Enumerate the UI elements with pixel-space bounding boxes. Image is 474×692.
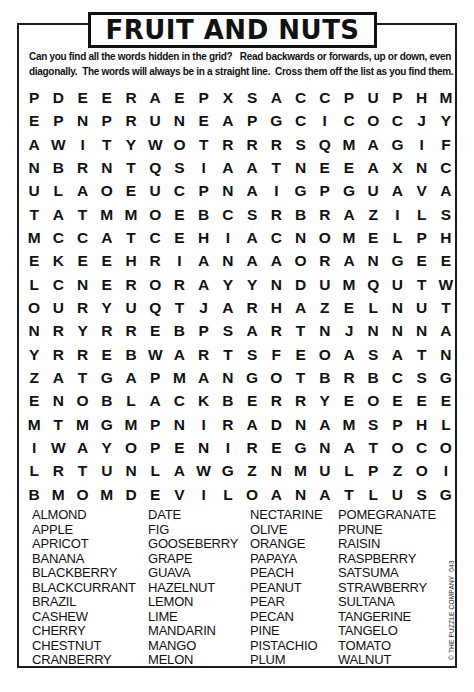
grid-cell[interactable]: R — [70, 156, 94, 179]
word-list-item[interactable]: PEANUT — [250, 581, 338, 596]
grid-cell[interactable]: P — [143, 366, 167, 389]
grid-cell[interactable]: B — [167, 319, 191, 342]
grid-cell[interactable]: D — [46, 86, 70, 109]
grid-cell[interactable]: S — [410, 366, 434, 389]
grid-cell[interactable]: W — [434, 273, 458, 296]
grid-cell[interactable]: C — [264, 226, 288, 249]
word-list-item[interactable]: STRAWBERRY — [338, 581, 447, 596]
grid-cell[interactable]: E — [434, 249, 458, 272]
word-list-item[interactable]: WALNUT — [338, 653, 447, 668]
grid-cell[interactable]: C — [70, 226, 94, 249]
grid-cell[interactable]: A — [70, 436, 94, 459]
word-list-item[interactable]: ALMOND — [32, 508, 148, 523]
grid-cell[interactable]: A — [361, 156, 385, 179]
grid-cell[interactable]: A — [70, 179, 94, 202]
word-list-item[interactable]: BRAZIL — [32, 595, 148, 610]
grid-cell[interactable]: I — [313, 109, 337, 132]
word-list-item[interactable]: SULTANA — [338, 595, 447, 610]
grid-cell[interactable]: G — [216, 459, 240, 482]
grid-cell[interactable]: B — [119, 343, 143, 366]
grid-cell[interactable]: X — [385, 156, 409, 179]
grid-cell[interactable]: O — [143, 273, 167, 296]
grid-cell[interactable]: A — [216, 109, 240, 132]
grid-cell[interactable]: O — [313, 343, 337, 366]
grid-cell[interactable]: S — [240, 86, 264, 109]
grid-cell[interactable]: R — [46, 319, 70, 342]
grid-cell[interactable]: N — [70, 273, 94, 296]
grid-cell[interactable]: N — [216, 249, 240, 272]
grid-cell[interactable]: Y — [95, 296, 119, 319]
grid-cell[interactable]: E — [95, 273, 119, 296]
grid-cell[interactable]: R — [143, 249, 167, 272]
grid-cell[interactable]: R — [119, 86, 143, 109]
word-list-item[interactable]: TANGERINE — [338, 610, 447, 625]
grid-cell[interactable]: N — [95, 156, 119, 179]
grid-cell[interactable]: M — [288, 459, 312, 482]
grid-cell[interactable]: C — [288, 86, 312, 109]
word-list-item[interactable]: ORANGE — [250, 537, 338, 552]
grid-cell[interactable]: E — [167, 226, 191, 249]
grid-cell[interactable]: A — [434, 319, 458, 342]
word-list-item[interactable]: PINE — [250, 624, 338, 639]
grid-cell[interactable]: P — [46, 109, 70, 132]
grid-cell[interactable]: R — [337, 366, 361, 389]
grid-cell[interactable]: V — [167, 483, 191, 506]
grid-cell[interactable]: A — [167, 459, 191, 482]
grid-cell[interactable]: G — [385, 249, 409, 272]
grid-cell[interactable]: B — [313, 366, 337, 389]
grid-cell[interactable]: B — [46, 156, 70, 179]
grid-cell[interactable]: A — [119, 366, 143, 389]
grid-cell[interactable]: E — [119, 179, 143, 202]
grid-cell[interactable]: A — [240, 156, 264, 179]
grid-cell[interactable]: I — [70, 133, 94, 156]
grid-cell[interactable]: N — [434, 343, 458, 366]
grid-cell[interactable]: M — [337, 413, 361, 436]
grid-cell[interactable]: T — [434, 296, 458, 319]
grid-cell[interactable]: N — [410, 156, 434, 179]
grid-cell[interactable]: A — [240, 226, 264, 249]
grid-cell[interactable]: G — [240, 366, 264, 389]
grid-cell[interactable]: N — [192, 436, 216, 459]
grid-cell[interactable]: E — [410, 249, 434, 272]
grid-cell[interactable]: R — [313, 203, 337, 226]
grid-cell[interactable]: N — [385, 319, 409, 342]
grid-cell[interactable]: U — [361, 179, 385, 202]
word-list-item[interactable]: POMEGRANATE — [338, 508, 447, 523]
grid-cell[interactable]: E — [167, 203, 191, 226]
grid-cell[interactable]: M — [119, 203, 143, 226]
word-list-item[interactable]: PEACH — [250, 566, 338, 581]
grid-cell[interactable]: E — [95, 86, 119, 109]
grid-cell[interactable]: O — [240, 483, 264, 506]
word-list-item[interactable]: HAZELNUT — [148, 581, 250, 596]
grid-cell[interactable]: L — [143, 459, 167, 482]
grid-cell[interactable]: E — [361, 226, 385, 249]
grid-cell[interactable]: U — [143, 109, 167, 132]
grid-cell[interactable]: T — [216, 343, 240, 366]
grid-cell[interactable]: O — [167, 133, 191, 156]
grid-cell[interactable]: I — [216, 226, 240, 249]
grid-cell[interactable]: W — [143, 133, 167, 156]
grid-cell[interactable]: E — [143, 483, 167, 506]
grid-cell[interactable]: L — [216, 483, 240, 506]
grid-cell[interactable]: N — [22, 156, 46, 179]
grid-cell[interactable]: N — [288, 413, 312, 436]
word-list-item[interactable]: TANGELO — [338, 624, 447, 639]
grid-cell[interactable]: L — [22, 459, 46, 482]
grid-cell[interactable]: O — [434, 436, 458, 459]
grid-cell[interactable]: A — [288, 296, 312, 319]
grid-cell[interactable]: E — [192, 109, 216, 132]
grid-cell[interactable]: N — [264, 273, 288, 296]
word-list-item[interactable]: BLACKCURRANT — [32, 581, 148, 596]
grid-cell[interactable]: A — [385, 343, 409, 366]
word-list-item[interactable]: CASHEW — [32, 610, 148, 625]
word-list-item[interactable]: PRUNE — [338, 523, 447, 538]
grid-cell[interactable]: A — [216, 296, 240, 319]
grid-cell[interactable]: S — [167, 156, 191, 179]
grid-cell[interactable]: Z — [385, 459, 409, 482]
grid-cell[interactable]: P — [385, 413, 409, 436]
grid-cell[interactable]: W — [143, 343, 167, 366]
grid-cell[interactable]: G — [288, 179, 312, 202]
grid-cell[interactable]: M — [119, 413, 143, 436]
word-list-item[interactable]: PECAN — [250, 610, 338, 625]
grid-cell[interactable]: N — [385, 296, 409, 319]
grid-cell[interactable]: U — [119, 296, 143, 319]
grid-cell[interactable]: N — [70, 109, 94, 132]
grid-cell[interactable]: H — [192, 226, 216, 249]
grid-cell[interactable]: E — [95, 343, 119, 366]
grid-cell[interactable]: Q — [361, 273, 385, 296]
grid-cell[interactable]: I — [434, 459, 458, 482]
grid-cell[interactable]: G — [288, 436, 312, 459]
grid-cell[interactable]: R — [167, 273, 191, 296]
word-list-item[interactable]: NECTARINE — [250, 508, 338, 523]
word-list-item[interactable]: BLACKBERRY — [32, 566, 148, 581]
grid-cell[interactable]: H — [410, 413, 434, 436]
grid-cell[interactable]: A — [337, 436, 361, 459]
grid-cell[interactable]: Y — [70, 319, 94, 342]
grid-cell[interactable]: R — [46, 459, 70, 482]
grid-cell[interactable]: R — [240, 436, 264, 459]
grid-cell[interactable]: T — [167, 296, 191, 319]
grid-cell[interactable]: H — [410, 86, 434, 109]
grid-cell[interactable]: P — [385, 86, 409, 109]
grid-cell[interactable]: G — [434, 366, 458, 389]
grid-cell[interactable]: A — [240, 249, 264, 272]
grid-cell[interactable]: U — [143, 179, 167, 202]
grid-cell[interactable]: Y — [434, 109, 458, 132]
grid-cell[interactable]: C — [216, 203, 240, 226]
grid-cell[interactable]: L — [434, 413, 458, 436]
grid-cell[interactable]: E — [337, 296, 361, 319]
grid-cell[interactable]: U — [46, 296, 70, 319]
grid-cell[interactable]: O — [70, 389, 94, 412]
grid-cell[interactable]: B — [192, 203, 216, 226]
grid-cell[interactable]: I — [264, 179, 288, 202]
grid-cell[interactable]: A — [313, 413, 337, 436]
grid-cell[interactable]: A — [46, 203, 70, 226]
grid-cell[interactable]: R — [264, 203, 288, 226]
grid-cell[interactable]: U — [95, 459, 119, 482]
grid-cell[interactable]: E — [313, 156, 337, 179]
grid-cell[interactable]: A — [337, 249, 361, 272]
grid-cell[interactable]: N — [216, 179, 240, 202]
grid-cell[interactable]: H — [434, 226, 458, 249]
grid-cell[interactable]: R — [264, 319, 288, 342]
grid-cell[interactable]: P — [143, 436, 167, 459]
word-list-item[interactable]: MANGO — [148, 639, 250, 654]
grid-cell[interactable]: S — [361, 343, 385, 366]
grid-cell[interactable]: R — [264, 133, 288, 156]
grid-cell[interactable]: I — [192, 483, 216, 506]
grid-cell[interactable]: Y — [119, 133, 143, 156]
grid-cell[interactable]: A — [240, 179, 264, 202]
grid-cell[interactable]: T — [95, 133, 119, 156]
grid-cell[interactable]: E — [143, 319, 167, 342]
grid-cell[interactable]: E — [95, 249, 119, 272]
grid-cell[interactable]: Z — [240, 459, 264, 482]
grid-cell[interactable]: E — [167, 86, 191, 109]
grid-cell[interactable]: P — [337, 86, 361, 109]
grid-cell[interactable]: T — [70, 366, 94, 389]
grid-cell[interactable]: V — [410, 179, 434, 202]
grid-cell[interactable]: I — [216, 436, 240, 459]
grid-cell[interactable]: Z — [313, 296, 337, 319]
grid-cell[interactable]: A — [192, 249, 216, 272]
grid-cell[interactable]: C — [288, 109, 312, 132]
word-list-item[interactable]: GRAPE — [148, 552, 250, 567]
grid-cell[interactable]: U — [361, 86, 385, 109]
grid-cell[interactable]: Y — [22, 343, 46, 366]
grid-cell[interactable]: R — [264, 389, 288, 412]
grid-cell[interactable]: L — [119, 389, 143, 412]
grid-cell[interactable]: T — [119, 226, 143, 249]
grid-cell[interactable]: N — [216, 366, 240, 389]
grid-cell[interactable]: U — [385, 273, 409, 296]
grid-cell[interactable]: D — [119, 483, 143, 506]
grid-cell[interactable]: P — [313, 179, 337, 202]
grid-cell[interactable]: W — [192, 459, 216, 482]
grid-cell[interactable]: M — [22, 226, 46, 249]
grid-cell[interactable]: C — [143, 226, 167, 249]
grid-cell[interactable]: O — [95, 179, 119, 202]
grid-cell[interactable]: M — [337, 226, 361, 249]
grid-cell[interactable]: B — [216, 389, 240, 412]
grid-cell[interactable]: T — [288, 319, 312, 342]
grid-cell[interactable]: N — [46, 389, 70, 412]
grid-cell[interactable]: E — [70, 86, 94, 109]
word-list-item[interactable]: DATE — [148, 508, 250, 523]
grid-cell[interactable]: C — [46, 226, 70, 249]
grid-cell[interactable]: D — [288, 273, 312, 296]
grid-cell[interactable]: W — [46, 436, 70, 459]
grid-cell[interactable]: I — [192, 156, 216, 179]
grid-cell[interactable]: L — [22, 273, 46, 296]
grid-cell[interactable]: U — [385, 483, 409, 506]
grid-cell[interactable]: I — [192, 413, 216, 436]
word-list-item[interactable]: CRANBERRY — [32, 653, 148, 668]
word-list-item[interactable]: FIG — [148, 523, 250, 538]
word-list-item[interactable]: TOMATO — [338, 639, 447, 654]
grid-cell[interactable]: A — [22, 133, 46, 156]
grid-cell[interactable]: U — [313, 459, 337, 482]
grid-cell[interactable]: Y — [95, 436, 119, 459]
word-list-item[interactable]: MELON — [148, 653, 250, 668]
grid-cell[interactable]: J — [192, 296, 216, 319]
grid-cell[interactable]: F — [264, 343, 288, 366]
grid-cell[interactable]: Z — [361, 203, 385, 226]
grid-cell[interactable]: A — [192, 366, 216, 389]
grid-cell[interactable]: E — [240, 389, 264, 412]
grid-cell[interactable]: N — [22, 319, 46, 342]
grid-cell[interactable]: E — [70, 249, 94, 272]
grid-cell[interactable]: R — [216, 413, 240, 436]
grid-cell[interactable]: R — [240, 133, 264, 156]
grid-cell[interactable]: R — [119, 319, 143, 342]
grid-cell[interactable]: M — [337, 273, 361, 296]
grid-cell[interactable]: H — [119, 249, 143, 272]
grid-cell[interactable]: K — [192, 389, 216, 412]
grid-cell[interactable]: G — [95, 413, 119, 436]
grid-cell[interactable]: A — [264, 86, 288, 109]
word-list-item[interactable]: RASPBERRY — [338, 552, 447, 567]
grid-cell[interactable]: E — [167, 436, 191, 459]
grid-cell[interactable]: B — [361, 366, 385, 389]
grid-cell[interactable]: G — [95, 366, 119, 389]
grid-cell[interactable]: A — [216, 156, 240, 179]
grid-cell[interactable]: W — [46, 133, 70, 156]
grid-cell[interactable]: O — [119, 436, 143, 459]
grid-cell[interactable]: A — [240, 319, 264, 342]
grid-cell[interactable]: C — [410, 436, 434, 459]
grid-cell[interactable]: E — [288, 343, 312, 366]
grid-cell[interactable]: R — [216, 133, 240, 156]
word-list-item[interactable]: CHESTNUT — [32, 639, 148, 654]
grid-cell[interactable]: S — [434, 203, 458, 226]
grid-cell[interactable]: A — [143, 86, 167, 109]
grid-cell[interactable]: E — [22, 389, 46, 412]
grid-cell[interactable]: O — [143, 203, 167, 226]
grid-cell[interactable]: N — [167, 413, 191, 436]
grid-cell[interactable]: O — [385, 436, 409, 459]
grid-cell[interactable]: A — [313, 483, 337, 506]
word-list-item[interactable]: PEAR — [250, 595, 338, 610]
word-list-item[interactable]: RAISIN — [338, 537, 447, 552]
grid-cell[interactable]: Z — [22, 366, 46, 389]
grid-cell[interactable]: Y — [216, 273, 240, 296]
grid-cell[interactable]: L — [361, 296, 385, 319]
grid-cell[interactable]: U — [313, 273, 337, 296]
grid-cell[interactable]: A — [240, 413, 264, 436]
grid-cell[interactable]: P — [143, 413, 167, 436]
grid-cell[interactable]: S — [410, 483, 434, 506]
grid-cell[interactable]: O — [22, 296, 46, 319]
grid-cell[interactable]: Y — [240, 273, 264, 296]
grid-cell[interactable]: R — [313, 249, 337, 272]
grid-cell[interactable]: T — [337, 483, 361, 506]
grid-cell[interactable]: T — [119, 156, 143, 179]
grid-cell[interactable]: E — [337, 156, 361, 179]
grid-cell[interactable]: R — [95, 319, 119, 342]
grid-cell[interactable]: S — [288, 133, 312, 156]
grid-cell[interactable]: R — [240, 296, 264, 319]
grid-cell[interactable]: R — [46, 343, 70, 366]
word-list-item[interactable]: GOOSEBERRY — [148, 537, 250, 552]
grid-cell[interactable]: T — [288, 366, 312, 389]
grid-cell[interactable]: P — [95, 109, 119, 132]
grid-cell[interactable]: L — [361, 483, 385, 506]
grid-cell[interactable]: S — [240, 343, 264, 366]
grid-cell[interactable]: M — [95, 203, 119, 226]
grid-cell[interactable]: P — [240, 109, 264, 132]
grid-cell[interactable]: A — [167, 343, 191, 366]
grid-cell[interactable]: T — [410, 343, 434, 366]
grid-cell[interactable]: R — [119, 109, 143, 132]
grid-cell[interactable]: T — [410, 273, 434, 296]
word-list-item[interactable]: APPLE — [32, 523, 148, 538]
grid-cell[interactable]: E — [264, 436, 288, 459]
grid-cell[interactable]: J — [337, 319, 361, 342]
word-list-item[interactable]: APRICOT — [32, 537, 148, 552]
word-list-item[interactable]: OLIVE — [250, 523, 338, 538]
grid-cell[interactable]: A — [143, 389, 167, 412]
grid-cell[interactable]: N — [313, 436, 337, 459]
grid-cell[interactable]: N — [119, 459, 143, 482]
grid-cell[interactable]: F — [434, 133, 458, 156]
grid-cell[interactable]: A — [46, 366, 70, 389]
grid-cell[interactable]: M — [70, 413, 94, 436]
grid-cell[interactable]: U — [22, 179, 46, 202]
word-list-item[interactable]: LEMON — [148, 595, 250, 610]
word-list-item[interactable]: GUAVA — [148, 566, 250, 581]
grid-cell[interactable]: L — [410, 203, 434, 226]
grid-cell[interactable]: S — [216, 319, 240, 342]
grid-cell[interactable]: S — [361, 413, 385, 436]
grid-cell[interactable]: N — [288, 483, 312, 506]
word-list-item[interactable]: PLUM — [250, 653, 338, 668]
grid-cell[interactable]: R — [192, 343, 216, 366]
grid-cell[interactable]: O — [361, 389, 385, 412]
grid-cell[interactable]: A — [337, 343, 361, 366]
word-list-item[interactable]: SATSUMA — [338, 566, 447, 581]
grid-cell[interactable]: K — [46, 249, 70, 272]
grid-cell[interactable]: P — [192, 179, 216, 202]
grid-cell[interactable]: C — [167, 179, 191, 202]
grid-cell[interactable]: R — [70, 343, 94, 366]
grid-cell[interactable]: P — [410, 226, 434, 249]
grid-cell[interactable]: E — [434, 389, 458, 412]
grid-cell[interactable]: T — [46, 413, 70, 436]
grid-cell[interactable]: O — [70, 483, 94, 506]
grid-cell[interactable]: T — [22, 203, 46, 226]
grid-cell[interactable]: A — [434, 179, 458, 202]
grid-cell[interactable]: N — [264, 459, 288, 482]
grid-cell[interactable]: C — [46, 273, 70, 296]
grid-cell[interactable]: I — [410, 133, 434, 156]
grid-cell[interactable]: D — [264, 413, 288, 436]
grid-cell[interactable]: B — [288, 203, 312, 226]
word-list-item[interactable]: PISTACHIO — [250, 639, 338, 654]
grid-cell[interactable]: C — [434, 156, 458, 179]
grid-cell[interactable]: P — [192, 319, 216, 342]
grid-cell[interactable]: N — [288, 226, 312, 249]
grid-cell[interactable]: C — [313, 86, 337, 109]
grid-cell[interactable]: O — [313, 226, 337, 249]
grid-cell[interactable]: C — [167, 389, 191, 412]
